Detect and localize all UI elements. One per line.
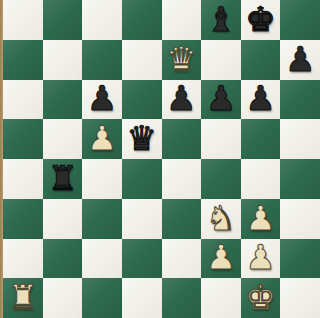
square-a5[interactable]: [3, 119, 43, 159]
piece-white-knight: ♞: [206, 201, 236, 235]
square-c1[interactable]: [82, 278, 122, 318]
piece-black-king: ♚: [245, 2, 275, 36]
square-c2[interactable]: [82, 239, 122, 279]
square-b5[interactable]: [43, 119, 83, 159]
piece-black-queen: ♛: [126, 121, 156, 155]
square-g8[interactable]: ♚: [241, 0, 281, 40]
square-f4[interactable]: [201, 159, 241, 199]
piece-white-pawn: ♟: [245, 201, 275, 235]
square-e7[interactable]: ♛: [162, 40, 202, 80]
piece-black-pawn: ♟: [285, 42, 315, 76]
square-f8[interactable]: ♝: [201, 0, 241, 40]
square-d8[interactable]: [122, 0, 162, 40]
square-g1[interactable]: ♚: [241, 278, 281, 318]
piece-black-pawn: ♟: [206, 81, 236, 115]
square-g5[interactable]: [241, 119, 281, 159]
square-e5[interactable]: [162, 119, 202, 159]
square-h5[interactable]: [280, 119, 320, 159]
square-f7[interactable]: [201, 40, 241, 80]
piece-white-king: ♚: [245, 280, 275, 314]
square-b6[interactable]: [43, 80, 83, 120]
square-b4[interactable]: ♜: [43, 159, 83, 199]
piece-white-pawn: ♟: [245, 240, 275, 274]
square-g3[interactable]: ♟: [241, 199, 281, 239]
square-f5[interactable]: [201, 119, 241, 159]
square-a1[interactable]: ♜: [3, 278, 43, 318]
square-h7[interactable]: ♟: [280, 40, 320, 80]
square-c6[interactable]: ♟: [82, 80, 122, 120]
square-a7[interactable]: [3, 40, 43, 80]
piece-black-pawn: ♟: [87, 81, 117, 115]
square-h3[interactable]: [280, 199, 320, 239]
square-b3[interactable]: [43, 199, 83, 239]
square-c7[interactable]: [82, 40, 122, 80]
square-f6[interactable]: ♟: [201, 80, 241, 120]
square-a2[interactable]: [3, 239, 43, 279]
piece-white-queen: ♛: [166, 42, 196, 76]
square-e1[interactable]: [162, 278, 202, 318]
square-d6[interactable]: [122, 80, 162, 120]
square-d3[interactable]: [122, 199, 162, 239]
square-g6[interactable]: ♟: [241, 80, 281, 120]
square-e2[interactable]: [162, 239, 202, 279]
square-f1[interactable]: [201, 278, 241, 318]
square-c3[interactable]: [82, 199, 122, 239]
square-h8[interactable]: [280, 0, 320, 40]
piece-black-pawn: ♟: [245, 81, 275, 115]
square-b2[interactable]: [43, 239, 83, 279]
square-g4[interactable]: [241, 159, 281, 199]
piece-white-pawn: ♟: [87, 121, 117, 155]
square-a8[interactable]: [3, 0, 43, 40]
square-e6[interactable]: ♟: [162, 80, 202, 120]
square-b8[interactable]: [43, 0, 83, 40]
square-h1[interactable]: [280, 278, 320, 318]
square-c4[interactable]: [82, 159, 122, 199]
square-a4[interactable]: [3, 159, 43, 199]
piece-black-pawn: ♟: [166, 81, 196, 115]
square-c5[interactable]: ♟: [82, 119, 122, 159]
square-g2[interactable]: ♟: [241, 239, 281, 279]
square-d5[interactable]: ♛: [122, 119, 162, 159]
square-e3[interactable]: [162, 199, 202, 239]
square-e4[interactable]: [162, 159, 202, 199]
square-f2[interactable]: ♟: [201, 239, 241, 279]
piece-black-bishop: ♝: [206, 2, 236, 36]
square-a3[interactable]: [3, 199, 43, 239]
square-h4[interactable]: [280, 159, 320, 199]
square-d4[interactable]: [122, 159, 162, 199]
square-h6[interactable]: [280, 80, 320, 120]
square-c8[interactable]: [82, 0, 122, 40]
square-b7[interactable]: [43, 40, 83, 80]
square-h2[interactable]: [280, 239, 320, 279]
chess-board-frame: ♝♚♛♟♟♟♟♟♟♛♜♞♟♟♟♜♚: [0, 0, 320, 318]
square-a6[interactable]: [3, 80, 43, 120]
piece-white-pawn: ♟: [206, 240, 236, 274]
square-f3[interactable]: ♞: [201, 199, 241, 239]
square-d1[interactable]: [122, 278, 162, 318]
chess-board: ♝♚♛♟♟♟♟♟♟♛♜♞♟♟♟♜♚: [3, 0, 320, 318]
square-e8[interactable]: [162, 0, 202, 40]
square-g7[interactable]: [241, 40, 281, 80]
square-d2[interactable]: [122, 239, 162, 279]
piece-white-rook: ♜: [8, 280, 38, 314]
square-b1[interactable]: [43, 278, 83, 318]
square-d7[interactable]: [122, 40, 162, 80]
piece-black-rook: ♜: [47, 161, 77, 195]
